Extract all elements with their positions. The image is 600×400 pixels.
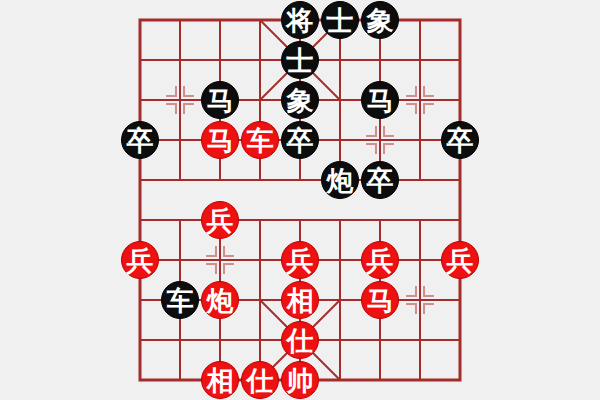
pieces-layer: 将士象士马象马卒马车卒卒炮卒兵兵兵兵兵车炮相马仕相仕帅 [0, 0, 600, 400]
piece-red-soldier[interactable]: 兵 [441, 241, 479, 279]
piece-glyph: 兵 [287, 247, 314, 274]
piece-glyph: 士 [327, 7, 354, 34]
piece-glyph: 士 [287, 47, 314, 74]
piece-glyph: 马 [207, 127, 234, 154]
piece-red-soldier[interactable]: 兵 [121, 241, 159, 279]
piece-red-cannon[interactable]: 炮 [201, 281, 239, 319]
piece-red-elephant[interactable]: 相 [201, 361, 239, 399]
piece-black-advisor[interactable]: 士 [281, 41, 319, 79]
piece-glyph: 相 [207, 367, 234, 394]
piece-glyph: 卒 [287, 127, 314, 154]
piece-glyph: 兵 [207, 207, 234, 234]
piece-glyph: 马 [367, 287, 394, 314]
piece-glyph: 卒 [367, 167, 394, 194]
piece-glyph: 炮 [207, 287, 234, 314]
xiangqi-app-canvas: 将士象士马象马卒马车卒卒炮卒兵兵兵兵兵车炮相马仕相仕帅 [0, 0, 600, 400]
piece-black-elephant[interactable]: 象 [281, 81, 319, 119]
piece-black-horse[interactable]: 马 [361, 81, 399, 119]
piece-glyph: 仕 [247, 367, 274, 394]
piece-red-soldier[interactable]: 兵 [281, 241, 319, 279]
piece-black-soldier[interactable]: 卒 [361, 161, 399, 199]
piece-glyph: 马 [207, 87, 234, 114]
piece-black-soldier[interactable]: 卒 [281, 121, 319, 159]
xiangqi-board[interactable]: 将士象士马象马卒马车卒卒炮卒兵兵兵兵兵车炮相马仕相仕帅 [0, 0, 600, 400]
piece-black-soldier[interactable]: 卒 [441, 121, 479, 159]
piece-red-soldier[interactable]: 兵 [361, 241, 399, 279]
piece-red-chariot[interactable]: 车 [241, 121, 279, 159]
piece-glyph: 相 [287, 287, 314, 314]
piece-red-elephant[interactable]: 相 [281, 281, 319, 319]
piece-glyph: 象 [367, 7, 394, 34]
piece-glyph: 帅 [287, 367, 314, 394]
piece-glyph: 仕 [287, 327, 314, 354]
piece-glyph: 兵 [367, 247, 394, 274]
piece-red-advisor[interactable]: 仕 [241, 361, 279, 399]
piece-black-cannon[interactable]: 炮 [321, 161, 359, 199]
piece-glyph: 车 [247, 127, 274, 154]
piece-glyph: 将 [287, 7, 314, 34]
piece-glyph: 兵 [127, 247, 154, 274]
piece-red-general[interactable]: 帅 [281, 361, 319, 399]
piece-black-chariot[interactable]: 车 [161, 281, 199, 319]
piece-black-general[interactable]: 将 [281, 1, 319, 39]
piece-glyph: 象 [287, 87, 314, 114]
piece-red-horse[interactable]: 马 [361, 281, 399, 319]
piece-black-soldier[interactable]: 卒 [121, 121, 159, 159]
piece-black-elephant[interactable]: 象 [361, 1, 399, 39]
piece-red-advisor[interactable]: 仕 [281, 321, 319, 359]
piece-glyph: 兵 [447, 247, 474, 274]
piece-glyph: 卒 [447, 127, 474, 154]
piece-glyph: 马 [367, 87, 394, 114]
piece-black-horse[interactable]: 马 [201, 81, 239, 119]
piece-glyph: 卒 [127, 127, 154, 154]
piece-glyph: 炮 [327, 167, 354, 194]
piece-red-soldier[interactable]: 兵 [201, 201, 239, 239]
piece-black-advisor[interactable]: 士 [321, 1, 359, 39]
piece-glyph: 车 [167, 287, 194, 314]
piece-red-horse[interactable]: 马 [201, 121, 239, 159]
